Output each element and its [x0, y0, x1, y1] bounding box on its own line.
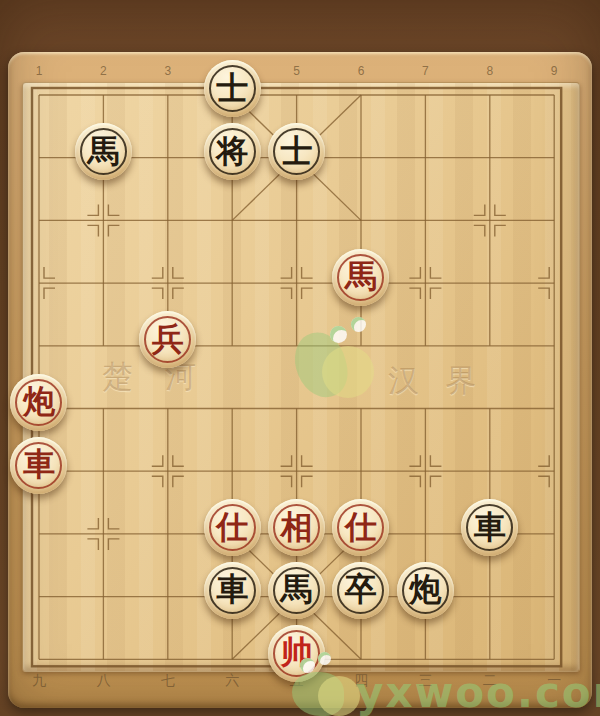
piece-character: 車 — [23, 448, 55, 480]
piece-character: 車 — [474, 511, 506, 543]
piece-character: 炮 — [23, 385, 55, 417]
red-soldier-piece[interactable]: 兵 — [139, 311, 196, 368]
piece-character: 卒 — [345, 573, 377, 605]
xiangqi-game-screen: 123456789 九八七六五四三二一 楚河 汉界 yxwoo.com 士馬将士… — [0, 0, 600, 716]
red-cannon-piece[interactable]: 炮 — [10, 374, 67, 431]
piece-character: 将 — [216, 135, 248, 167]
red-elephant-piece[interactable]: 相 — [268, 499, 325, 556]
piece-character: 仕 — [345, 511, 377, 543]
red-advisor-piece[interactable]: 仕 — [204, 499, 261, 556]
pieces-layer: 士馬将士馬兵炮車仕相仕車車馬卒炮帅 — [7, 64, 587, 691]
black-chariot-piece[interactable]: 車 — [461, 499, 518, 556]
piece-character: 帅 — [281, 636, 313, 668]
black-cannon-piece[interactable]: 炮 — [397, 562, 454, 619]
piece-character: 馬 — [87, 135, 119, 167]
piece-character: 兵 — [152, 323, 184, 355]
red-general-piece[interactable]: 帅 — [268, 625, 325, 682]
piece-character: 車 — [216, 573, 248, 605]
piece-character: 士 — [216, 72, 248, 104]
black-horse-piece[interactable]: 馬 — [268, 562, 325, 619]
black-soldier-piece[interactable]: 卒 — [332, 562, 389, 619]
red-horse-piece[interactable]: 馬 — [332, 249, 389, 306]
piece-character: 相 — [281, 511, 313, 543]
black-advisor-piece[interactable]: 士 — [268, 123, 325, 180]
black-general-piece[interactable]: 将 — [204, 123, 261, 180]
red-chariot-piece[interactable]: 車 — [10, 437, 67, 494]
black-advisor-piece[interactable]: 士 — [204, 60, 261, 117]
piece-character: 馬 — [345, 260, 377, 292]
piece-character: 仕 — [216, 511, 248, 543]
piece-character: 士 — [281, 135, 313, 167]
piece-character: 炮 — [409, 573, 441, 605]
black-chariot-piece[interactable]: 車 — [204, 562, 261, 619]
red-advisor-piece[interactable]: 仕 — [332, 499, 389, 556]
piece-character: 馬 — [281, 573, 313, 605]
black-horse-piece[interactable]: 馬 — [75, 123, 132, 180]
